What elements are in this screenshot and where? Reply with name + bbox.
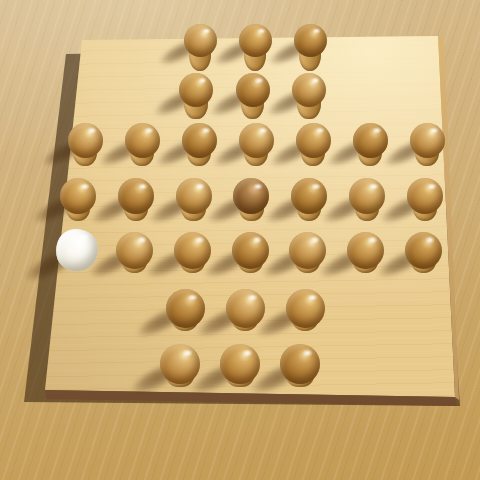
peg-head	[220, 344, 260, 384]
peg-head	[407, 178, 443, 214]
peg-head	[174, 232, 211, 269]
peg-head	[405, 232, 442, 269]
peg-head	[179, 73, 213, 107]
peg-head	[118, 178, 154, 214]
peg-head	[296, 123, 331, 158]
peg-head	[166, 289, 205, 328]
peg-head	[233, 178, 269, 214]
pegs-layer	[0, 0, 480, 480]
peg-head	[410, 123, 445, 158]
peg-head	[292, 73, 326, 107]
peg-head	[236, 73, 270, 107]
peg-head	[353, 123, 388, 158]
peg-head	[291, 178, 327, 214]
peg-head	[239, 24, 272, 57]
peg-head	[60, 178, 96, 214]
peg-head	[232, 232, 269, 269]
peg-head	[286, 289, 325, 328]
peg-head	[68, 123, 103, 158]
peg-head	[182, 123, 217, 158]
peg-head	[160, 344, 200, 384]
peg-head	[289, 232, 326, 269]
peg-head	[184, 24, 217, 57]
peg-head	[349, 178, 385, 214]
photo-stage: { "game": { "name": "Peg Solitaire", "va…	[0, 0, 480, 480]
peg-head	[239, 123, 274, 158]
peg-head	[176, 178, 212, 214]
peg-head	[347, 232, 384, 269]
peg-head	[116, 232, 153, 269]
peg-head	[280, 344, 320, 384]
peg-head	[125, 123, 160, 158]
peg-head	[294, 24, 327, 57]
peg-head	[226, 289, 265, 328]
